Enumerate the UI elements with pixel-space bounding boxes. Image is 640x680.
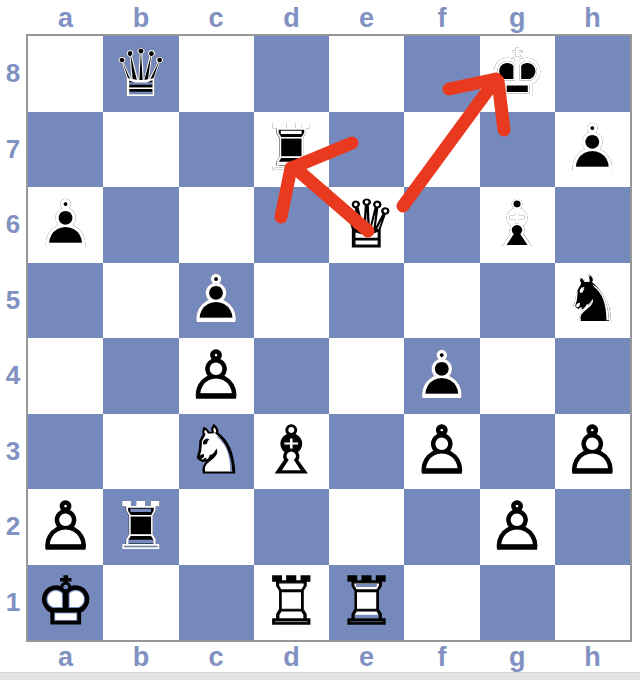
queen-glyph-lines: ♕ (103, 36, 178, 112)
square-f8[interactable] (404, 36, 479, 112)
black-pawn[interactable]: ♟♙ (404, 338, 479, 414)
square-f3[interactable]: ♟♙ (404, 414, 479, 490)
knight-glyph-lines: ♘ (179, 414, 254, 490)
rook-glyph-lines: ♖ (254, 565, 329, 641)
square-d5[interactable] (254, 263, 329, 339)
square-a2[interactable]: ♟♙ (28, 489, 103, 565)
square-e6[interactable]: ♛♕ (329, 187, 404, 263)
file-label-top-h: h (555, 0, 630, 36)
square-e3[interactable] (329, 414, 404, 490)
square-b5[interactable] (103, 263, 178, 339)
square-g8[interactable]: ♚♔ (480, 36, 555, 112)
pawn-glyph-lines: ♙ (404, 338, 479, 414)
square-b2[interactable]: ♜♖ (103, 489, 178, 565)
file-label-bottom-d: d (254, 642, 329, 673)
king-glyph-lines: ♔ (480, 36, 555, 112)
file-label-bottom-e: e (329, 642, 404, 673)
knight-glyph-lines: ♘ (555, 263, 630, 339)
square-h3[interactable]: ♟♙ (555, 414, 630, 490)
king-glyph-lines: ♔ (28, 565, 103, 641)
chess-diagram: abcdefgh 87654321 ♛♕♚♔♜♖♟♙♟♙♛♕♝♗♟♙♞♘♟♙♟♙… (0, 0, 640, 680)
pawn-glyph-lines: ♙ (179, 338, 254, 414)
black-pawn[interactable]: ♟♙ (555, 112, 630, 188)
square-e7[interactable] (329, 112, 404, 188)
file-label-bottom-h: h (555, 642, 630, 673)
bottom-strip (0, 672, 640, 680)
square-b4[interactable] (103, 338, 178, 414)
square-h8[interactable] (555, 36, 630, 112)
square-c8[interactable] (179, 36, 254, 112)
pawn-glyph-lines: ♙ (28, 187, 103, 263)
black-rook[interactable]: ♜♖ (254, 112, 329, 188)
square-h6[interactable] (555, 187, 630, 263)
square-f2[interactable] (404, 489, 479, 565)
file-label-top-b: b (103, 0, 178, 36)
square-b6[interactable] (103, 187, 178, 263)
rook-glyph-lines: ♖ (329, 565, 404, 641)
square-e8[interactable] (329, 36, 404, 112)
chess-board[interactable]: ♛♕♚♔♜♖♟♙♟♙♛♕♝♗♟♙♞♘♟♙♟♙♞♘♝♗♟♙♟♙♟♙♜♖♟♙♚♔♜♖… (28, 36, 630, 640)
rank-label-2: 2 (0, 489, 26, 565)
square-a3[interactable] (28, 414, 103, 490)
rank-label-1: 1 (0, 565, 26, 641)
square-b8[interactable]: ♛♕ (103, 36, 178, 112)
white-rook[interactable]: ♜♖ (254, 565, 329, 641)
file-label-bottom-a: a (28, 642, 103, 673)
rook-glyph-lines: ♖ (254, 112, 329, 188)
square-c1[interactable] (179, 565, 254, 641)
white-knight[interactable]: ♞♘ (179, 414, 254, 490)
white-bishop[interactable]: ♝♗ (254, 414, 329, 490)
pawn-glyph-lines: ♙ (404, 414, 479, 490)
square-c2[interactable] (179, 489, 254, 565)
square-a4[interactable] (28, 338, 103, 414)
file-label-bottom-b: b (103, 642, 178, 673)
white-pawn[interactable]: ♟♙ (179, 338, 254, 414)
rank-label-6: 6 (0, 187, 26, 263)
white-pawn[interactable]: ♟♙ (480, 489, 555, 565)
black-king[interactable]: ♚♔ (480, 36, 555, 112)
square-a5[interactable] (28, 263, 103, 339)
square-f5[interactable] (404, 263, 479, 339)
square-f7[interactable] (404, 112, 479, 188)
square-d3[interactable]: ♝♗ (254, 414, 329, 490)
square-c3[interactable]: ♞♘ (179, 414, 254, 490)
black-pawn[interactable]: ♟♙ (179, 263, 254, 339)
black-rook[interactable]: ♜♖ (103, 489, 178, 565)
white-pawn[interactable]: ♟♙ (404, 414, 479, 490)
square-d4[interactable] (254, 338, 329, 414)
square-e5[interactable] (329, 263, 404, 339)
square-a8[interactable] (28, 36, 103, 112)
bishop-glyph-lines: ♗ (254, 414, 329, 490)
square-g2[interactable]: ♟♙ (480, 489, 555, 565)
square-h1[interactable] (555, 565, 630, 641)
square-a6[interactable]: ♟♙ (28, 187, 103, 263)
square-b1[interactable] (103, 565, 178, 641)
square-a1[interactable]: ♚♔ (28, 565, 103, 641)
black-queen[interactable]: ♛♕ (103, 36, 178, 112)
square-g3[interactable] (480, 414, 555, 490)
square-h5[interactable]: ♞♘ (555, 263, 630, 339)
square-h7[interactable]: ♟♙ (555, 112, 630, 188)
square-c7[interactable] (179, 112, 254, 188)
square-f1[interactable] (404, 565, 479, 641)
square-f4[interactable]: ♟♙ (404, 338, 479, 414)
rank-label-3: 3 (0, 414, 26, 490)
white-rook[interactable]: ♜♖ (329, 565, 404, 641)
square-g4[interactable] (480, 338, 555, 414)
pawn-glyph-lines: ♙ (480, 489, 555, 565)
square-d2[interactable] (254, 489, 329, 565)
file-label-bottom-c: c (179, 642, 254, 673)
square-e1[interactable]: ♜♖ (329, 565, 404, 641)
white-pawn[interactable]: ♟♙ (555, 414, 630, 490)
black-bishop[interactable]: ♝♗ (480, 187, 555, 263)
square-g5[interactable] (480, 263, 555, 339)
square-c5[interactable]: ♟♙ (179, 263, 254, 339)
square-d7[interactable]: ♜♖ (254, 112, 329, 188)
square-g1[interactable] (480, 565, 555, 641)
rank-label-7: 7 (0, 112, 26, 188)
file-label-bottom-f: f (404, 642, 479, 673)
rook-glyph-lines: ♖ (103, 489, 178, 565)
file-label-top-c: c (179, 0, 254, 36)
square-g6[interactable]: ♝♗ (480, 187, 555, 263)
rank-label-8: 8 (0, 36, 26, 112)
white-queen[interactable]: ♛♕ (329, 187, 404, 263)
file-label-top-e: e (329, 0, 404, 36)
black-pawn[interactable]: ♟♙ (28, 187, 103, 263)
square-b7[interactable] (103, 112, 178, 188)
square-d8[interactable] (254, 36, 329, 112)
white-pawn[interactable]: ♟♙ (28, 489, 103, 565)
square-g7[interactable] (480, 112, 555, 188)
file-label-top-d: d (254, 0, 329, 36)
square-e4[interactable] (329, 338, 404, 414)
square-c4[interactable]: ♟♙ (179, 338, 254, 414)
black-knight[interactable]: ♞♘ (555, 263, 630, 339)
file-label-bottom-g: g (480, 642, 555, 673)
square-c6[interactable] (179, 187, 254, 263)
pawn-glyph-lines: ♙ (555, 112, 630, 188)
square-h4[interactable] (555, 338, 630, 414)
square-h2[interactable] (555, 489, 630, 565)
file-label-top-a: a (28, 0, 103, 36)
rank-label-4: 4 (0, 338, 26, 414)
pawn-glyph-lines: ♙ (28, 489, 103, 565)
file-label-top-f: f (404, 0, 479, 36)
queen-glyph-lines: ♕ (329, 187, 404, 263)
pawn-glyph-lines: ♙ (179, 263, 254, 339)
white-king[interactable]: ♚♔ (28, 565, 103, 641)
pawn-glyph-lines: ♙ (555, 414, 630, 490)
rank-label-5: 5 (0, 263, 26, 339)
square-e2[interactable] (329, 489, 404, 565)
square-f6[interactable] (404, 187, 479, 263)
square-d6[interactable] (254, 187, 329, 263)
bishop-glyph-lines: ♗ (480, 187, 555, 263)
square-a7[interactable] (28, 112, 103, 188)
file-label-top-g: g (480, 0, 555, 36)
square-d1[interactable]: ♜♖ (254, 565, 329, 641)
square-b3[interactable] (103, 414, 178, 490)
